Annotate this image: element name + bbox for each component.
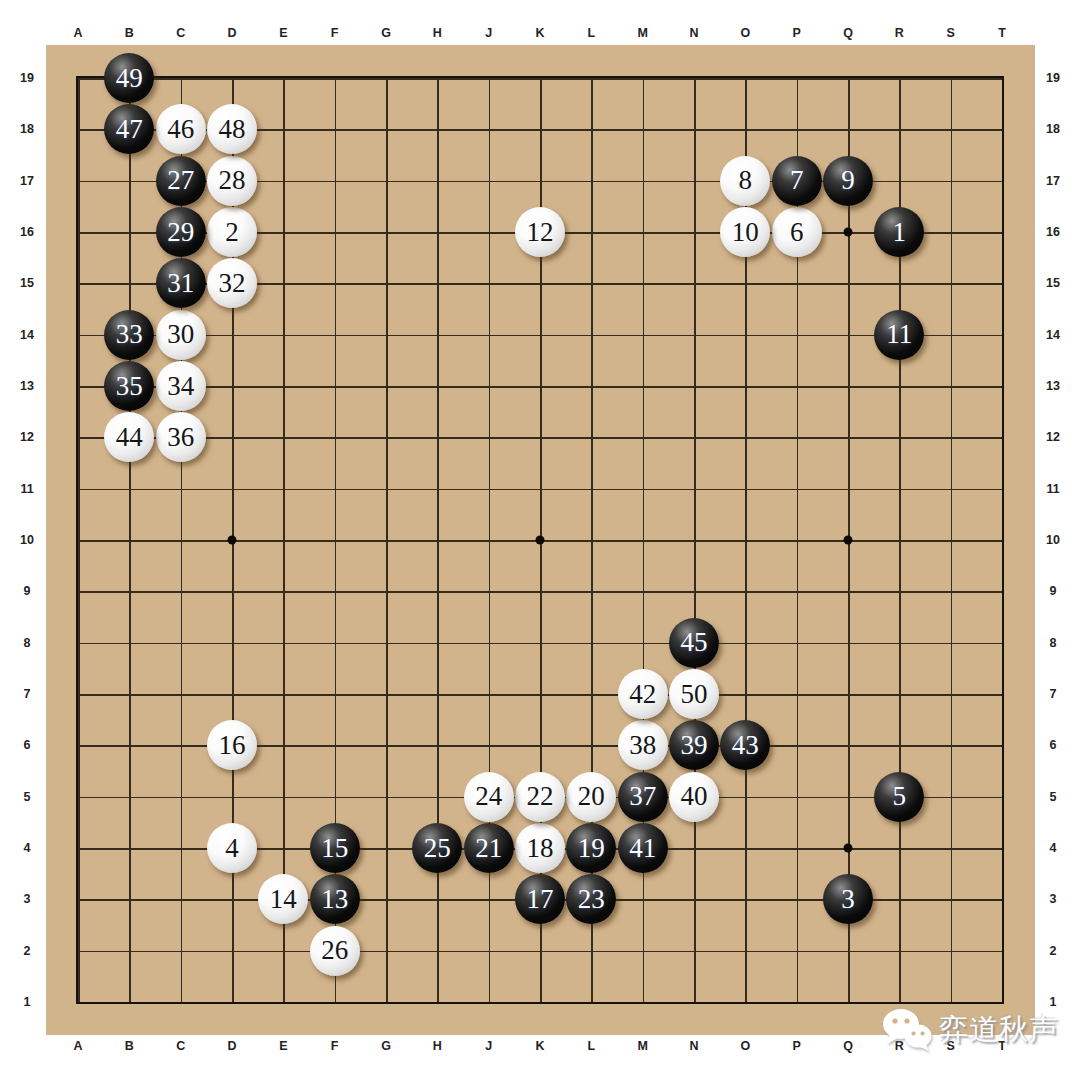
coord-left-6: 6: [13, 737, 41, 753]
coord-bottom-B: B: [114, 1038, 144, 1054]
coord-top-C: C: [166, 25, 196, 41]
coord-top-R: R: [884, 25, 914, 41]
stone-black-B14-move-33: 33: [104, 310, 154, 360]
coord-right-13: 13: [1039, 378, 1067, 394]
coord-top-P: P: [782, 25, 812, 41]
stone-black-F4-move-15: 15: [310, 823, 360, 873]
coord-left-3: 3: [13, 891, 41, 907]
go-diagram-page: 1234567891011121314151617181920212223242…: [0, 0, 1080, 1080]
coord-top-O: O: [730, 25, 760, 41]
coord-right-15: 15: [1039, 275, 1067, 291]
stone-black-R16-move-1: 1: [874, 207, 924, 257]
stone-white-C14-move-30: 30: [156, 310, 206, 360]
coord-top-J: J: [474, 25, 504, 41]
stone-black-B19-move-49: 49: [104, 53, 154, 103]
coord-right-12: 12: [1039, 429, 1067, 445]
stone-white-D17-move-28: 28: [207, 156, 257, 206]
stone-white-K4-move-18: 18: [515, 823, 565, 873]
coord-top-L: L: [576, 25, 606, 41]
stone-black-C16-move-29: 29: [156, 207, 206, 257]
stone-black-N8-move-45: 45: [669, 618, 719, 668]
stone-white-D15-move-32: 32: [207, 258, 257, 308]
coord-bottom-C: C: [166, 1038, 196, 1054]
coord-right-2: 2: [1039, 943, 1067, 959]
stone-white-P16-move-6: 6: [772, 207, 822, 257]
stone-white-M6-move-38: 38: [618, 720, 668, 770]
stone-white-B12-move-44: 44: [104, 412, 154, 462]
coord-top-H: H: [422, 25, 452, 41]
stone-white-N5-move-40: 40: [669, 772, 719, 822]
star-point-Q16: [844, 228, 853, 237]
coord-left-4: 4: [13, 840, 41, 856]
coord-top-B: B: [114, 25, 144, 41]
stone-black-O6-move-43: 43: [720, 720, 770, 770]
stone-white-D18-move-48: 48: [207, 104, 257, 154]
watermark: 弈道秋声: [882, 1004, 1059, 1056]
stone-black-N6-move-39: 39: [669, 720, 719, 770]
wechat-icon: [882, 1008, 934, 1052]
stone-white-D4-move-4: 4: [207, 823, 257, 873]
coord-bottom-L: L: [576, 1038, 606, 1054]
coord-bottom-E: E: [268, 1038, 298, 1054]
coord-left-8: 8: [13, 635, 41, 651]
star-point-Q4: [844, 844, 853, 853]
coord-left-5: 5: [13, 789, 41, 805]
coord-top-Q: Q: [833, 25, 863, 41]
coord-left-19: 19: [13, 70, 41, 86]
coord-top-K: K: [525, 25, 555, 41]
coord-right-6: 6: [1039, 737, 1067, 753]
stone-black-L3-move-23: 23: [566, 874, 616, 924]
star-point-Q10: [844, 536, 853, 545]
coord-right-8: 8: [1039, 635, 1067, 651]
coord-top-A: A: [63, 25, 93, 41]
coord-left-9: 9: [13, 583, 41, 599]
coord-top-E: E: [268, 25, 298, 41]
coord-bottom-F: F: [320, 1038, 350, 1054]
coord-right-19: 19: [1039, 70, 1067, 86]
coord-right-4: 4: [1039, 840, 1067, 856]
stone-white-J5-move-24: 24: [464, 772, 514, 822]
coord-left-17: 17: [13, 173, 41, 189]
coord-left-18: 18: [13, 121, 41, 137]
stone-white-C13-move-34: 34: [156, 361, 206, 411]
stone-white-O17-move-8: 8: [720, 156, 770, 206]
stone-black-K3-move-17: 17: [515, 874, 565, 924]
coord-right-17: 17: [1039, 173, 1067, 189]
coord-bottom-A: A: [63, 1038, 93, 1054]
board-grid: 1234567891011121314151617181920212223242…: [78, 78, 1002, 1002]
coord-top-G: G: [371, 25, 401, 41]
coord-bottom-H: H: [422, 1038, 452, 1054]
stone-black-H4-move-25: 25: [412, 823, 462, 873]
stone-white-D6-move-16: 16: [207, 720, 257, 770]
stone-white-E3-move-14: 14: [258, 874, 308, 924]
stone-black-L4-move-19: 19: [566, 823, 616, 873]
coord-right-7: 7: [1039, 686, 1067, 702]
coord-top-N: N: [679, 25, 709, 41]
stone-white-K16-move-12: 12: [515, 207, 565, 257]
star-point-D10: [228, 536, 237, 545]
coord-bottom-N: N: [679, 1038, 709, 1054]
coord-right-5: 5: [1039, 789, 1067, 805]
coord-right-11: 11: [1039, 481, 1067, 497]
stone-white-O16-move-10: 10: [720, 207, 770, 257]
coord-right-18: 18: [1039, 121, 1067, 137]
coord-top-F: F: [320, 25, 350, 41]
watermark-text: 弈道秋声: [939, 1010, 1059, 1050]
coord-left-15: 15: [13, 275, 41, 291]
coord-left-1: 1: [13, 994, 41, 1010]
stone-black-J4-move-21: 21: [464, 823, 514, 873]
coord-bottom-K: K: [525, 1038, 555, 1054]
stone-black-C15-move-31: 31: [156, 258, 206, 308]
stone-black-R14-move-11: 11: [874, 310, 924, 360]
coord-top-M: M: [628, 25, 658, 41]
stone-white-K5-move-22: 22: [515, 772, 565, 822]
stone-black-P17-move-7: 7: [772, 156, 822, 206]
coord-left-16: 16: [13, 224, 41, 240]
stone-white-N7-move-50: 50: [669, 669, 719, 719]
coord-left-7: 7: [13, 686, 41, 702]
coord-right-9: 9: [1039, 583, 1067, 599]
coord-left-14: 14: [13, 327, 41, 343]
coord-right-3: 3: [1039, 891, 1067, 907]
stone-white-L5-move-20: 20: [566, 772, 616, 822]
stone-black-B13-move-35: 35: [104, 361, 154, 411]
stone-black-Q17-move-9: 9: [823, 156, 873, 206]
coord-bottom-G: G: [371, 1038, 401, 1054]
stone-black-M5-move-37: 37: [618, 772, 668, 822]
coord-bottom-P: P: [782, 1038, 812, 1054]
stone-black-C17-move-27: 27: [156, 156, 206, 206]
stone-black-B18-move-47: 47: [104, 104, 154, 154]
coord-right-10: 10: [1039, 532, 1067, 548]
coord-bottom-D: D: [217, 1038, 247, 1054]
stone-black-F3-move-13: 13: [310, 874, 360, 924]
coord-bottom-M: M: [628, 1038, 658, 1054]
coord-left-12: 12: [13, 429, 41, 445]
coord-top-T: T: [987, 25, 1017, 41]
coord-right-14: 14: [1039, 327, 1067, 343]
star-point-K10: [536, 536, 545, 545]
coord-top-S: S: [936, 25, 966, 41]
stone-white-D16-move-2: 2: [207, 207, 257, 257]
coord-left-11: 11: [13, 481, 41, 497]
coord-left-13: 13: [13, 378, 41, 394]
coord-top-D: D: [217, 25, 247, 41]
stone-white-C18-move-46: 46: [156, 104, 206, 154]
stone-white-F2-move-26: 26: [310, 926, 360, 976]
coord-bottom-J: J: [474, 1038, 504, 1054]
coord-right-16: 16: [1039, 224, 1067, 240]
coord-left-2: 2: [13, 943, 41, 959]
stone-white-C12-move-36: 36: [156, 412, 206, 462]
stone-black-R5-move-5: 5: [874, 772, 924, 822]
stone-white-M7-move-42: 42: [618, 669, 668, 719]
coord-bottom-O: O: [730, 1038, 760, 1054]
stone-black-M4-move-41: 41: [618, 823, 668, 873]
coord-left-10: 10: [13, 532, 41, 548]
coord-bottom-Q: Q: [833, 1038, 863, 1054]
stone-black-Q3-move-3: 3: [823, 874, 873, 924]
